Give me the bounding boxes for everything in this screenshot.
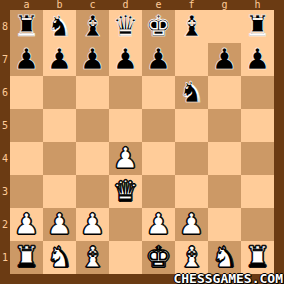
piece-black-rook-a8: ♜ xyxy=(14,10,40,43)
square-a6[interactable] xyxy=(10,76,43,109)
square-d7[interactable]: ♟ xyxy=(109,43,142,76)
rank-label-6: 6 xyxy=(0,76,10,109)
chess-board: ♜♞♝♛♚♝♜♟♟♟♟♟♟♟♞♟♛♟♟♟♟♟♜♞♝♚♝♞♜ xyxy=(10,10,274,274)
square-d3[interactable]: ♛ xyxy=(109,175,142,208)
square-e3[interactable] xyxy=(142,175,175,208)
rank-label-4: 4 xyxy=(0,142,10,175)
square-b1[interactable]: ♞ xyxy=(43,241,76,274)
square-c1[interactable]: ♝ xyxy=(76,241,109,274)
square-f7[interactable] xyxy=(175,43,208,76)
file-label-h: h xyxy=(241,0,274,10)
square-c7[interactable]: ♟ xyxy=(76,43,109,76)
piece-white-knight-g1: ♞ xyxy=(212,241,238,274)
piece-black-queen-d8: ♛ xyxy=(113,10,139,43)
square-g6[interactable] xyxy=(208,76,241,109)
square-d6[interactable] xyxy=(109,76,142,109)
rank-label-7: 7 xyxy=(0,43,10,76)
square-a2[interactable]: ♟ xyxy=(10,208,43,241)
square-b5[interactable] xyxy=(43,109,76,142)
piece-white-pawn-e2: ♟ xyxy=(146,208,172,241)
square-a5[interactable] xyxy=(10,109,43,142)
file-label-a: a xyxy=(10,0,43,10)
file-label-e: e xyxy=(142,0,175,10)
chess-diagram: ♜♞♝♛♚♝♜♟♟♟♟♟♟♟♞♟♛♟♟♟♟♟♜♞♝♚♝♞♜ CHESSGAMES… xyxy=(0,0,284,284)
piece-black-pawn-b7: ♟ xyxy=(47,43,73,76)
square-c6[interactable] xyxy=(76,76,109,109)
rank-label-3: 3 xyxy=(0,175,10,208)
piece-white-bishop-c1: ♝ xyxy=(80,241,106,274)
piece-black-king-e8: ♚ xyxy=(146,10,172,43)
square-g5[interactable] xyxy=(208,109,241,142)
piece-white-queen-d3: ♛ xyxy=(113,175,139,208)
square-g7[interactable]: ♟ xyxy=(208,43,241,76)
square-h3[interactable] xyxy=(241,175,274,208)
piece-white-king-e1: ♚ xyxy=(146,241,172,274)
piece-white-rook-h1: ♜ xyxy=(245,241,271,274)
file-label-b: b xyxy=(43,0,76,10)
watermark-chessgames: CHESSGAMES.COM xyxy=(173,273,283,284)
square-f2[interactable]: ♟ xyxy=(175,208,208,241)
square-b3[interactable] xyxy=(43,175,76,208)
square-e4[interactable] xyxy=(142,142,175,175)
rank-label-8: 8 xyxy=(0,10,10,43)
piece-black-pawn-h7: ♟ xyxy=(245,43,271,76)
square-c3[interactable] xyxy=(76,175,109,208)
square-f6[interactable]: ♞ xyxy=(175,76,208,109)
piece-black-pawn-d7: ♟ xyxy=(113,43,139,76)
square-a4[interactable] xyxy=(10,142,43,175)
piece-black-pawn-e7: ♟ xyxy=(146,43,172,76)
square-h7[interactable]: ♟ xyxy=(241,43,274,76)
square-g1[interactable]: ♞ xyxy=(208,241,241,274)
square-f8[interactable]: ♝ xyxy=(175,10,208,43)
square-b2[interactable]: ♟ xyxy=(43,208,76,241)
rank-label-2: 2 xyxy=(0,208,10,241)
square-e8[interactable]: ♚ xyxy=(142,10,175,43)
square-g4[interactable] xyxy=(208,142,241,175)
square-c2[interactable]: ♟ xyxy=(76,208,109,241)
rank-label-1: 1 xyxy=(0,241,10,274)
square-c5[interactable] xyxy=(76,109,109,142)
square-g3[interactable] xyxy=(208,175,241,208)
square-h8[interactable]: ♜ xyxy=(241,10,274,43)
square-h5[interactable] xyxy=(241,109,274,142)
piece-black-pawn-a7: ♟ xyxy=(14,43,40,76)
square-h1[interactable]: ♜ xyxy=(241,241,274,274)
square-f3[interactable] xyxy=(175,175,208,208)
square-e2[interactable]: ♟ xyxy=(142,208,175,241)
square-e7[interactable]: ♟ xyxy=(142,43,175,76)
square-f5[interactable] xyxy=(175,109,208,142)
square-f1[interactable]: ♝ xyxy=(175,241,208,274)
piece-black-knight-f6: ♞ xyxy=(179,76,205,109)
square-g8[interactable] xyxy=(208,10,241,43)
piece-black-rook-h8: ♜ xyxy=(245,10,271,43)
file-label-c: c xyxy=(76,0,109,10)
piece-white-pawn-d4: ♟ xyxy=(113,142,139,175)
square-b6[interactable] xyxy=(43,76,76,109)
piece-black-pawn-g7: ♟ xyxy=(212,43,238,76)
piece-white-knight-b1: ♞ xyxy=(47,241,73,274)
square-f4[interactable] xyxy=(175,142,208,175)
square-e5[interactable] xyxy=(142,109,175,142)
piece-white-rook-a1: ♜ xyxy=(14,241,40,274)
square-h6[interactable] xyxy=(241,76,274,109)
piece-white-pawn-f2: ♟ xyxy=(179,208,205,241)
piece-white-pawn-c2: ♟ xyxy=(80,208,106,241)
rank-label-5: 5 xyxy=(0,109,10,142)
square-e1[interactable]: ♚ xyxy=(142,241,175,274)
piece-white-bishop-f1: ♝ xyxy=(179,241,205,274)
piece-black-bishop-f8: ♝ xyxy=(179,10,205,43)
square-a8[interactable]: ♜ xyxy=(10,10,43,43)
square-a7[interactable]: ♟ xyxy=(10,43,43,76)
square-g2[interactable] xyxy=(208,208,241,241)
square-h2[interactable] xyxy=(241,208,274,241)
square-c8[interactable]: ♝ xyxy=(76,10,109,43)
square-d4[interactable]: ♟ xyxy=(109,142,142,175)
square-b7[interactable]: ♟ xyxy=(43,43,76,76)
piece-black-knight-b8: ♞ xyxy=(47,10,73,43)
square-d5[interactable] xyxy=(109,109,142,142)
square-d1[interactable] xyxy=(109,241,142,274)
square-c4[interactable] xyxy=(76,142,109,175)
square-b4[interactable] xyxy=(43,142,76,175)
file-label-f: f xyxy=(175,0,208,10)
piece-white-pawn-b2: ♟ xyxy=(47,208,73,241)
square-b8[interactable]: ♞ xyxy=(43,10,76,43)
square-d2[interactable] xyxy=(109,208,142,241)
piece-black-bishop-c8: ♝ xyxy=(80,10,106,43)
piece-white-pawn-a2: ♟ xyxy=(14,208,40,241)
file-label-d: d xyxy=(109,0,142,10)
square-h4[interactable] xyxy=(241,142,274,175)
square-a1[interactable]: ♜ xyxy=(10,241,43,274)
piece-black-pawn-c7: ♟ xyxy=(80,43,106,76)
square-d8[interactable]: ♛ xyxy=(109,10,142,43)
file-label-g: g xyxy=(208,0,241,10)
square-e6[interactable] xyxy=(142,76,175,109)
square-a3[interactable] xyxy=(10,175,43,208)
